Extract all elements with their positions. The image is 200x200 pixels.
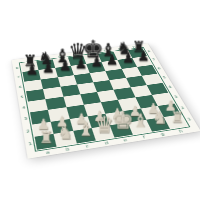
piece-white-rook-a1[interactable]: ♜ (20, 129, 72, 145)
coord-rank-4: 4 (19, 102, 28, 114)
chess-set-photo: abcdefgh abcdefgh 87654321 87654321 ♜♞♝♛… (0, 0, 200, 200)
board-perspective-wrap: abcdefgh abcdefgh 87654321 87654321 ♜♞♝♛… (12, 43, 200, 158)
coord-rank-5: 5 (18, 91, 27, 102)
